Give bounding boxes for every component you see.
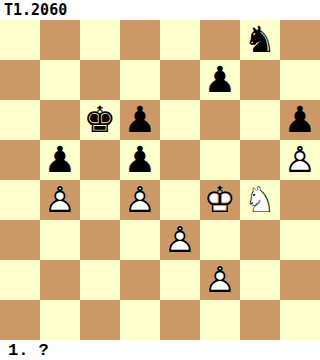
square-h3[interactable] [280,220,320,260]
square-f5[interactable] [200,140,240,180]
square-g1[interactable] [240,300,280,340]
black-king: ♚ [80,100,120,140]
white-pawn: ♙ [40,180,80,220]
square-f1[interactable] [200,300,240,340]
square-f6[interactable] [200,100,240,140]
square-h2[interactable] [280,260,320,300]
black-pawn: ♟ [120,140,160,180]
square-e5[interactable] [160,140,200,180]
white-pawn: ♙ [200,260,240,300]
square-d4[interactable]: ♟♙ [120,180,160,220]
square-g8[interactable]: ♞ [240,20,280,60]
square-d2[interactable] [120,260,160,300]
square-b4[interactable]: ♟♙ [40,180,80,220]
square-c3[interactable] [80,220,120,260]
square-a2[interactable] [0,260,40,300]
square-h7[interactable] [280,60,320,100]
square-f8[interactable] [200,20,240,60]
square-c4[interactable] [80,180,120,220]
square-h1[interactable] [280,300,320,340]
square-f3[interactable] [200,220,240,260]
square-c7[interactable] [80,60,120,100]
square-b3[interactable] [40,220,80,260]
square-g5[interactable] [240,140,280,180]
square-f4[interactable]: ♚♔ [200,180,240,220]
square-f2[interactable]: ♟♙ [200,260,240,300]
square-h4[interactable] [280,180,320,220]
square-b5[interactable]: ♟ [40,140,80,180]
square-g4[interactable]: ♞♘ [240,180,280,220]
square-f7[interactable]: ♟ [200,60,240,100]
square-c2[interactable] [80,260,120,300]
square-g2[interactable] [240,260,280,300]
square-c5[interactable] [80,140,120,180]
black-pawn: ♟ [40,140,80,180]
white-pawn: ♙ [280,140,320,180]
black-knight: ♞ [240,20,280,60]
square-a7[interactable] [0,60,40,100]
square-e7[interactable] [160,60,200,100]
square-a4[interactable] [0,180,40,220]
square-g3[interactable] [240,220,280,260]
black-pawn: ♟ [200,60,240,100]
square-b6[interactable] [40,100,80,140]
chess-board: ♞♟♚♟♟♟♟♟♙♟♙♟♙♚♔♞♘♟♙♟♙ [0,20,320,340]
square-d8[interactable] [120,20,160,60]
square-a8[interactable] [0,20,40,60]
square-b2[interactable] [40,260,80,300]
square-e6[interactable] [160,100,200,140]
square-a5[interactable] [0,140,40,180]
black-pawn: ♟ [120,100,160,140]
square-d5[interactable]: ♟ [120,140,160,180]
header-bar: T1.2060 [0,0,320,20]
square-h8[interactable] [280,20,320,60]
square-b8[interactable] [40,20,80,60]
white-king: ♔ [200,180,240,220]
square-d1[interactable] [120,300,160,340]
square-a1[interactable] [0,300,40,340]
white-pawn: ♙ [160,220,200,260]
square-d7[interactable] [120,60,160,100]
square-h6[interactable]: ♟ [280,100,320,140]
square-c1[interactable] [80,300,120,340]
square-d3[interactable] [120,220,160,260]
square-c8[interactable] [80,20,120,60]
square-d6[interactable]: ♟ [120,100,160,140]
white-pawn: ♙ [120,180,160,220]
square-e2[interactable] [160,260,200,300]
square-e3[interactable]: ♟♙ [160,220,200,260]
square-b7[interactable] [40,60,80,100]
square-e8[interactable] [160,20,200,60]
footer-bar: 1. ? [0,340,320,360]
square-a6[interactable] [0,100,40,140]
page-title: T1.2060 [4,1,67,19]
square-g6[interactable] [240,100,280,140]
black-pawn: ♟ [280,100,320,140]
move-prompt: 1. ? [8,341,49,360]
square-b1[interactable] [40,300,80,340]
square-e1[interactable] [160,300,200,340]
square-a3[interactable] [0,220,40,260]
white-knight: ♘ [240,180,280,220]
square-h5[interactable]: ♟♙ [280,140,320,180]
square-e4[interactable] [160,180,200,220]
square-g7[interactable] [240,60,280,100]
square-c6[interactable]: ♚ [80,100,120,140]
